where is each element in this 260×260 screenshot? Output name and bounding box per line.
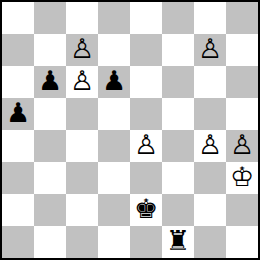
square-c1 (66, 226, 98, 258)
square-d2 (98, 194, 130, 226)
square-f1: ♜ (162, 226, 194, 258)
square-c2 (66, 194, 98, 226)
square-g4: ♙ (194, 130, 226, 162)
square-e1 (130, 226, 162, 258)
white-pawn-h4: ♙ (230, 130, 254, 161)
square-d3 (98, 162, 130, 194)
square-e5 (130, 98, 162, 130)
square-e2: ♚ (130, 194, 162, 226)
square-h6 (226, 66, 258, 98)
square-c7: ♙ (66, 34, 98, 66)
white-pawn-c7: ♙ (70, 34, 94, 65)
square-e4: ♙ (130, 130, 162, 162)
square-a6 (2, 66, 34, 98)
square-e6 (130, 66, 162, 98)
square-b4 (34, 130, 66, 162)
square-b7 (34, 34, 66, 66)
square-h3: ♔ (226, 162, 258, 194)
white-pawn-e4: ♙ (134, 130, 158, 161)
square-b6: ♟ (34, 66, 66, 98)
square-g7: ♙ (194, 34, 226, 66)
square-c3 (66, 162, 98, 194)
white-pawn-c6: ♙ (70, 66, 94, 97)
black-king-e2: ♚ (134, 194, 158, 225)
square-b3 (34, 162, 66, 194)
square-b1 (34, 226, 66, 258)
square-g2 (194, 194, 226, 226)
square-f7 (162, 34, 194, 66)
square-b5 (34, 98, 66, 130)
square-e3 (130, 162, 162, 194)
square-a5: ♟ (2, 98, 34, 130)
square-h1 (226, 226, 258, 258)
square-f6 (162, 66, 194, 98)
square-d6: ♟ (98, 66, 130, 98)
white-pawn-g4: ♙ (198, 130, 222, 161)
square-d1 (98, 226, 130, 258)
square-a2 (2, 194, 34, 226)
square-c8 (66, 2, 98, 34)
black-pawn-d6: ♟ (102, 66, 126, 97)
square-g8 (194, 2, 226, 34)
square-h7 (226, 34, 258, 66)
square-d5 (98, 98, 130, 130)
square-b8 (34, 2, 66, 34)
chessboard: ♙♙♟♙♟♟♙♙♙♔♚♜ (0, 0, 260, 260)
square-c5 (66, 98, 98, 130)
square-e8 (130, 2, 162, 34)
black-pawn-a5: ♟ (6, 98, 30, 129)
square-g6 (194, 66, 226, 98)
square-a4 (2, 130, 34, 162)
square-f3 (162, 162, 194, 194)
square-g3 (194, 162, 226, 194)
square-a7 (2, 34, 34, 66)
square-f2 (162, 194, 194, 226)
square-f5 (162, 98, 194, 130)
square-h2 (226, 194, 258, 226)
square-d7 (98, 34, 130, 66)
square-d4 (98, 130, 130, 162)
square-c6: ♙ (66, 66, 98, 98)
square-g5 (194, 98, 226, 130)
black-rook-f1: ♜ (166, 226, 190, 257)
black-pawn-b6: ♟ (38, 66, 62, 97)
square-h8 (226, 2, 258, 34)
square-g1 (194, 226, 226, 258)
square-h4: ♙ (226, 130, 258, 162)
square-d8 (98, 2, 130, 34)
square-b2 (34, 194, 66, 226)
square-e7 (130, 34, 162, 66)
square-f8 (162, 2, 194, 34)
square-a1 (2, 226, 34, 258)
square-a8 (2, 2, 34, 34)
square-c4 (66, 130, 98, 162)
chess-diagram: ♙♙♟♙♟♟♙♙♙♔♚♜ (0, 0, 260, 260)
square-a3 (2, 162, 34, 194)
square-h5 (226, 98, 258, 130)
white-king-h3: ♔ (230, 162, 254, 193)
white-pawn-g7: ♙ (198, 34, 222, 65)
square-f4 (162, 130, 194, 162)
